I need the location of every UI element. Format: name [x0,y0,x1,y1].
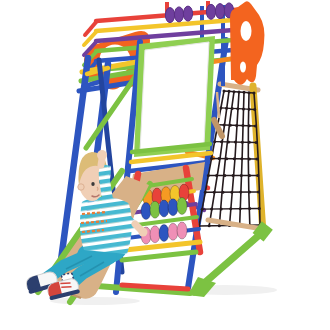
net-knot [253,108,256,111]
net-knot [223,90,226,93]
net-knot [225,107,228,110]
net-knot [248,108,251,111]
abacus-bead [168,199,178,216]
net-knot [258,207,261,210]
net-knot [213,140,216,143]
net-knot [222,191,225,194]
abacus-bead [141,203,151,220]
net-knot [220,140,223,143]
net-knot [204,191,207,194]
net-knot [218,157,221,160]
net-knot [210,208,213,211]
net-knot [227,140,230,143]
net-knot [228,90,231,93]
net-knot [230,191,233,194]
net-knot [219,106,222,109]
net-knot [207,174,210,177]
net-knot [220,207,223,210]
net-knot [223,174,226,177]
net-knot [241,124,244,127]
net-knot [218,224,221,227]
net-knot [248,207,251,210]
net-knot [248,141,251,144]
child-left-hand [97,150,107,160]
net-knot [233,157,236,160]
net-knot [248,124,251,127]
net-knot [257,191,260,194]
net-knot [243,91,246,94]
net-knot [215,174,218,177]
abacus-bead [150,201,160,218]
net-knot [248,91,251,94]
net-knot [240,174,243,177]
net-knot [239,207,242,210]
net-knot [236,107,239,110]
child-ear [78,184,84,190]
lower-rung-green [122,252,196,260]
abacus-bead [150,226,160,243]
fin-hole [241,21,252,41]
net-knot [254,125,257,128]
net-knot [229,207,232,210]
net-knot [238,91,241,94]
hanging-wood-toggle [214,120,222,136]
net-knot [225,157,228,160]
product-photo: Toddler sitting on the slide of a colorf… [0,0,330,330]
net-knot [253,92,256,95]
abacus-bead [159,225,169,242]
fin-hole-small [240,62,246,73]
net-knot [240,157,243,160]
climbing-frame-illustration [0,0,330,330]
net-knot [213,191,216,194]
net-knot [201,208,204,211]
net-knot [234,141,237,144]
net-knot [242,107,245,110]
abacus-bead [168,223,178,240]
abacus-bead [177,222,187,239]
net-knot [233,90,236,93]
net-knot [232,174,235,177]
net-knot [223,123,226,126]
net-knot [256,158,259,161]
child-right-hand [139,228,148,237]
child-eye-left [91,182,94,186]
right-orange-fin [230,1,264,84]
net-knot [208,224,211,227]
abacus-bead [177,198,187,215]
net-knot [210,157,213,160]
abacus-beads [141,184,189,244]
net-knot [229,124,232,127]
net-knot [248,157,251,160]
whiteboard-surface [140,42,209,151]
net-knot [231,107,234,110]
abacus-bar-bottom [125,242,200,250]
net-knot [256,174,259,177]
net-knot [248,174,251,177]
net-knot [255,141,258,144]
net-knot [239,191,242,194]
net-knot [248,191,251,194]
abacus-bead [159,200,169,217]
net-knot [235,124,238,127]
net-knot [241,141,244,144]
